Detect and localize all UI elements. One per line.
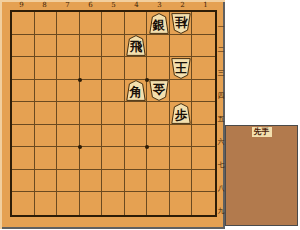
rank-label: 七: [217, 148, 225, 171]
rank-label: 一: [217, 10, 225, 33]
shogi-piece-bishop[interactable]: 角: [126, 80, 146, 101]
board-square[interactable]: [192, 102, 215, 125]
board-square[interactable]: [147, 170, 170, 193]
board-square[interactable]: [12, 125, 35, 148]
board-square[interactable]: [80, 192, 103, 215]
board-square[interactable]: [102, 102, 125, 125]
file-label: 3: [148, 0, 171, 10]
board-square[interactable]: [35, 125, 58, 148]
board-square[interactable]: [125, 57, 148, 80]
board-square[interactable]: [12, 170, 35, 193]
rank-label: 四: [217, 79, 225, 102]
board-square[interactable]: [102, 125, 125, 148]
rank-label: 五: [217, 102, 225, 125]
rank-label: 二: [217, 33, 225, 56]
board-square[interactable]: [80, 102, 103, 125]
board-square[interactable]: [12, 102, 35, 125]
board-square[interactable]: [192, 170, 215, 193]
board-square[interactable]: [35, 12, 58, 35]
board-square[interactable]: [147, 102, 170, 125]
board-square[interactable]: [35, 192, 58, 215]
shogi-diagram: 987654321 一二三四五六七八九 銀桂飛王角金歩 先手: [0, 0, 300, 230]
shogi-piece-knight[interactable]: 桂: [171, 13, 191, 34]
piece-kanji: 王: [174, 60, 187, 75]
shogi-piece-pawn[interactable]: 歩: [171, 103, 191, 124]
board-square[interactable]: [80, 125, 103, 148]
board-square[interactable]: [80, 57, 103, 80]
board-square[interactable]: [12, 147, 35, 170]
board-square[interactable]: [35, 170, 58, 193]
file-label: 4: [125, 0, 148, 10]
rank-coordinates: 一二三四五六七八九: [217, 10, 225, 217]
board-square[interactable]: [57, 147, 80, 170]
rank-label: 九: [217, 194, 225, 217]
board-square[interactable]: [12, 57, 35, 80]
board-square[interactable]: [80, 170, 103, 193]
file-label: 6: [79, 0, 102, 10]
board-square[interactable]: [57, 102, 80, 125]
board-square[interactable]: [147, 192, 170, 215]
board-square[interactable]: [147, 35, 170, 58]
board-square[interactable]: [125, 125, 148, 148]
board-square[interactable]: [57, 35, 80, 58]
board-square[interactable]: [35, 80, 58, 103]
board-square[interactable]: [192, 192, 215, 215]
board-square[interactable]: [102, 147, 125, 170]
board-square[interactable]: [102, 12, 125, 35]
piece-kanji: 銀: [151, 17, 165, 32]
board-square[interactable]: [192, 12, 215, 35]
board-square[interactable]: [192, 125, 215, 148]
piece-kanji: 歩: [174, 107, 188, 122]
board-square[interactable]: [12, 192, 35, 215]
board-square[interactable]: [102, 80, 125, 103]
board-square[interactable]: [170, 80, 193, 103]
board-square[interactable]: [102, 57, 125, 80]
board-square[interactable]: [57, 192, 80, 215]
board-square[interactable]: [125, 102, 148, 125]
piece-kanji: 飛: [129, 40, 143, 55]
board-square[interactable]: [192, 57, 215, 80]
board-square[interactable]: [192, 35, 215, 58]
file-coordinates: 987654321: [10, 0, 217, 10]
board-square[interactable]: [12, 12, 35, 35]
piece-kanji: 桂: [174, 14, 188, 29]
rank-label: 三: [217, 56, 225, 79]
board-square[interactable]: [125, 170, 148, 193]
shogi-piece-silver[interactable]: 銀: [149, 13, 169, 34]
shogi-piece-rook[interactable]: 飛: [126, 35, 146, 56]
board-square[interactable]: [12, 80, 35, 103]
board-square[interactable]: [35, 102, 58, 125]
board-square[interactable]: [35, 147, 58, 170]
board-square[interactable]: [125, 12, 148, 35]
sente-label: 先手: [252, 127, 272, 137]
star-point: [78, 78, 82, 82]
file-label: 5: [102, 0, 125, 10]
board-square[interactable]: [57, 170, 80, 193]
file-label: 2: [171, 0, 194, 10]
board-square[interactable]: [147, 147, 170, 170]
board-square[interactable]: [57, 57, 80, 80]
file-label: 8: [33, 0, 56, 10]
board-square[interactable]: [192, 147, 215, 170]
board-square[interactable]: [192, 80, 215, 103]
board-square[interactable]: [35, 35, 58, 58]
board-square[interactable]: [170, 35, 193, 58]
board-square[interactable]: [102, 192, 125, 215]
rank-label: 六: [217, 125, 225, 148]
board-square[interactable]: [80, 12, 103, 35]
board-square[interactable]: [102, 170, 125, 193]
file-label: 7: [56, 0, 79, 10]
board-square[interactable]: [125, 192, 148, 215]
board-square[interactable]: [57, 80, 80, 103]
shogi-board-panel: 987654321 一二三四五六七八九 銀桂飛王角金歩: [0, 0, 225, 229]
sente-hand-tray[interactable]: 先手: [225, 125, 298, 226]
board-square[interactable]: [80, 80, 103, 103]
file-label: 9: [10, 0, 33, 10]
board-square[interactable]: [147, 57, 170, 80]
piece-kanji: 金: [152, 82, 166, 97]
board-square[interactable]: [12, 35, 35, 58]
rank-label: 八: [217, 171, 225, 194]
board-square[interactable]: [57, 12, 80, 35]
board-square[interactable]: [147, 125, 170, 148]
piece-kanji: 角: [129, 85, 143, 100]
board-square[interactable]: [102, 35, 125, 58]
board-square[interactable]: [57, 125, 80, 148]
board-square[interactable]: [125, 147, 148, 170]
board-square[interactable]: [80, 35, 103, 58]
board-square[interactable]: [170, 192, 193, 215]
board-square[interactable]: [35, 57, 58, 80]
shogi-piece-king[interactable]: 王: [171, 58, 191, 79]
board-square[interactable]: [170, 147, 193, 170]
shogi-piece-gold[interactable]: 金: [149, 80, 169, 101]
board-square[interactable]: [170, 125, 193, 148]
board-square[interactable]: [80, 147, 103, 170]
board-square[interactable]: [170, 170, 193, 193]
file-label: 1: [194, 0, 217, 10]
